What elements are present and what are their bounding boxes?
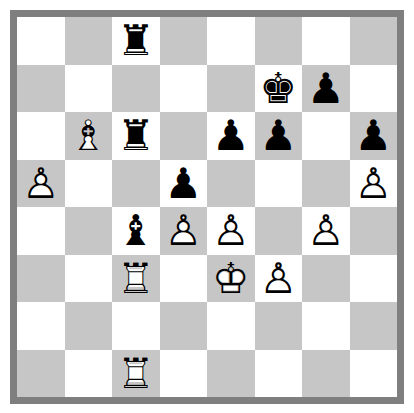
white-pawn: ♟♙ [17, 160, 65, 208]
square-e1[interactable] [207, 350, 255, 398]
square-h6[interactable]: ♟ [350, 112, 398, 160]
square-g3[interactable] [302, 255, 350, 303]
black-piece-glyph-layer: ♜ [112, 17, 160, 65]
chess-board: ♜♚♟♝♗♜♟♟♟♟♙♟♟♙♝♟♙♟♙♟♙♜♖♚♔♟♙♜♖ [17, 17, 397, 397]
square-b4[interactable] [65, 207, 113, 255]
square-b6[interactable]: ♝♗ [65, 112, 113, 160]
white-pawn: ♟♙ [302, 207, 350, 255]
square-a6[interactable] [17, 112, 65, 160]
black-rook: ♜ [112, 112, 160, 160]
black-pawn: ♟ [302, 65, 350, 113]
white-pawn: ♟♙ [207, 207, 255, 255]
square-e6[interactable]: ♟ [207, 112, 255, 160]
white-piece-outline-layer: ♙ [17, 160, 65, 208]
white-rook: ♜♖ [112, 255, 160, 303]
square-f6[interactable]: ♟ [255, 112, 303, 160]
square-g1[interactable] [302, 350, 350, 398]
square-d3[interactable] [160, 255, 208, 303]
chess-board-frame: ♜♚♟♝♗♜♟♟♟♟♙♟♟♙♝♟♙♟♙♟♙♜♖♚♔♟♙♜♖ [10, 10, 404, 404]
square-f8[interactable] [255, 17, 303, 65]
square-g7[interactable]: ♟ [302, 65, 350, 113]
white-piece-outline-layer: ♙ [207, 207, 255, 255]
square-c5[interactable] [112, 160, 160, 208]
square-f5[interactable] [255, 160, 303, 208]
square-e2[interactable] [207, 302, 255, 350]
square-c4[interactable]: ♝ [112, 207, 160, 255]
square-e5[interactable] [207, 160, 255, 208]
square-b5[interactable] [65, 160, 113, 208]
square-b7[interactable] [65, 65, 113, 113]
white-piece-outline-layer: ♙ [160, 207, 208, 255]
square-f7[interactable]: ♚ [255, 65, 303, 113]
white-pawn: ♟♙ [350, 160, 398, 208]
square-a8[interactable] [17, 17, 65, 65]
black-piece-glyph-layer: ♟ [207, 112, 255, 160]
square-h5[interactable]: ♟♙ [350, 160, 398, 208]
square-f3[interactable]: ♟♙ [255, 255, 303, 303]
black-pawn: ♟ [160, 160, 208, 208]
white-king: ♚♔ [207, 255, 255, 303]
black-piece-glyph-layer: ♟ [160, 160, 208, 208]
square-h8[interactable] [350, 17, 398, 65]
square-e7[interactable] [207, 65, 255, 113]
square-b2[interactable] [65, 302, 113, 350]
white-bishop: ♝♗ [65, 112, 113, 160]
white-piece-outline-layer: ♙ [350, 160, 398, 208]
white-piece-outline-layer: ♗ [65, 112, 113, 160]
square-d1[interactable] [160, 350, 208, 398]
black-pawn: ♟ [350, 112, 398, 160]
square-d2[interactable] [160, 302, 208, 350]
square-h3[interactable] [350, 255, 398, 303]
black-pawn: ♟ [255, 112, 303, 160]
square-h4[interactable] [350, 207, 398, 255]
white-piece-outline-layer: ♖ [112, 255, 160, 303]
square-a1[interactable] [17, 350, 65, 398]
black-bishop: ♝ [112, 207, 160, 255]
square-b8[interactable] [65, 17, 113, 65]
square-g5[interactable] [302, 160, 350, 208]
black-piece-glyph-layer: ♟ [350, 112, 398, 160]
white-piece-outline-layer: ♖ [112, 350, 160, 398]
white-piece-outline-layer: ♙ [255, 255, 303, 303]
black-king: ♚ [255, 65, 303, 113]
square-f1[interactable] [255, 350, 303, 398]
black-piece-glyph-layer: ♟ [302, 65, 350, 113]
square-d8[interactable] [160, 17, 208, 65]
square-g2[interactable] [302, 302, 350, 350]
square-d6[interactable] [160, 112, 208, 160]
square-g6[interactable] [302, 112, 350, 160]
white-pawn: ♟♙ [255, 255, 303, 303]
square-a3[interactable] [17, 255, 65, 303]
square-d5[interactable]: ♟ [160, 160, 208, 208]
black-piece-glyph-layer: ♝ [112, 207, 160, 255]
square-d4[interactable]: ♟♙ [160, 207, 208, 255]
black-piece-glyph-layer: ♟ [255, 112, 303, 160]
square-a7[interactable] [17, 65, 65, 113]
black-piece-glyph-layer: ♜ [112, 112, 160, 160]
square-h7[interactable] [350, 65, 398, 113]
square-g4[interactable]: ♟♙ [302, 207, 350, 255]
square-c6[interactable]: ♜ [112, 112, 160, 160]
square-c1[interactable]: ♜♖ [112, 350, 160, 398]
white-piece-outline-layer: ♙ [302, 207, 350, 255]
square-h1[interactable] [350, 350, 398, 398]
white-piece-outline-layer: ♔ [207, 255, 255, 303]
square-e4[interactable]: ♟♙ [207, 207, 255, 255]
white-rook: ♜♖ [112, 350, 160, 398]
square-b1[interactable] [65, 350, 113, 398]
square-c7[interactable] [112, 65, 160, 113]
square-c2[interactable] [112, 302, 160, 350]
white-pawn: ♟♙ [160, 207, 208, 255]
square-a2[interactable] [17, 302, 65, 350]
square-g8[interactable] [302, 17, 350, 65]
square-e3[interactable]: ♚♔ [207, 255, 255, 303]
square-d7[interactable] [160, 65, 208, 113]
square-a4[interactable] [17, 207, 65, 255]
square-f2[interactable] [255, 302, 303, 350]
black-pawn: ♟ [207, 112, 255, 160]
square-c3[interactable]: ♜♖ [112, 255, 160, 303]
square-h2[interactable] [350, 302, 398, 350]
square-c8[interactable]: ♜ [112, 17, 160, 65]
black-piece-glyph-layer: ♚ [255, 65, 303, 113]
black-rook: ♜ [112, 17, 160, 65]
square-f4[interactable] [255, 207, 303, 255]
square-e8[interactable] [207, 17, 255, 65]
square-b3[interactable] [65, 255, 113, 303]
square-a5[interactable]: ♟♙ [17, 160, 65, 208]
